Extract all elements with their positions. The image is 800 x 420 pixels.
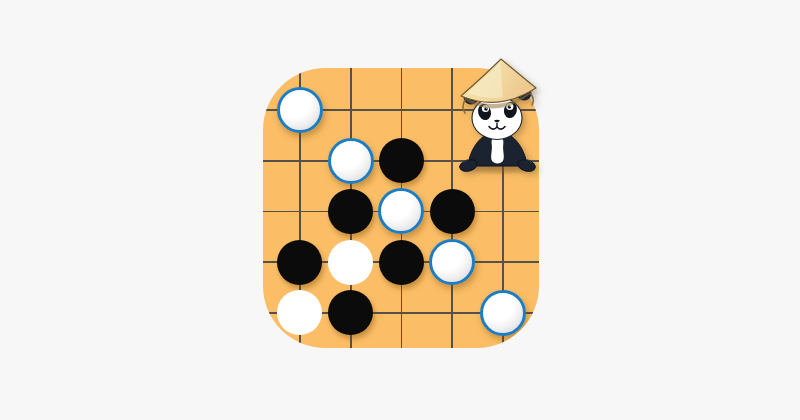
board-cell-r3c3 — [376, 186, 427, 237]
gomoku-app-icon[interactable] — [263, 68, 539, 348]
board-cell-r4c1 — [275, 237, 326, 288]
board-cell-r5c1 — [275, 288, 326, 339]
stone-black — [379, 240, 424, 285]
panda-hat-icon — [461, 59, 536, 113]
board-cell-r3c2 — [325, 186, 376, 237]
stone-white-winning — [277, 87, 323, 133]
board-cell-r3c1 — [275, 186, 326, 237]
board-cell-r3c5 — [478, 186, 529, 237]
stone-black — [328, 189, 373, 234]
stone-white — [328, 240, 373, 285]
stone-black — [277, 240, 322, 285]
board-cell-r1c1 — [275, 85, 326, 136]
hat-left-strap — [463, 100, 465, 113]
stone-black — [328, 290, 373, 335]
stone-white-winning — [328, 138, 374, 184]
board-cell-r4c4 — [427, 237, 478, 288]
board-cell-r5c5 — [478, 288, 529, 339]
board-cell-r4c5 — [478, 237, 529, 288]
board-cell-r1c2 — [325, 85, 376, 136]
board-cell-r2c1 — [275, 135, 326, 186]
board-cell-r4c3 — [376, 237, 427, 288]
board-cell-r2c3 — [376, 135, 427, 186]
stone-white-winning — [480, 290, 526, 336]
board-cell-r3c4 — [427, 186, 478, 237]
board-cell-r2c2 — [325, 135, 376, 186]
stone-white-winning — [378, 188, 424, 234]
stone-black — [379, 138, 424, 183]
stone-white — [277, 290, 322, 335]
hat-highlight — [467, 61, 503, 98]
board-cell-r5c3 — [376, 288, 427, 339]
stone-white-winning — [429, 239, 475, 285]
stone-black — [430, 189, 475, 234]
page-background: { "game": "gomoku", "app_icon": { "descr… — [0, 0, 800, 420]
board-cell-r5c4 — [427, 288, 478, 339]
board-cell-r4c2 — [325, 237, 376, 288]
hat-right-strap — [531, 94, 533, 105]
board-cell-r1c3 — [376, 85, 427, 136]
panda-belly — [491, 136, 504, 164]
board-cell-r5c2 — [325, 288, 376, 339]
panda-mascot-icon — [455, 56, 541, 174]
